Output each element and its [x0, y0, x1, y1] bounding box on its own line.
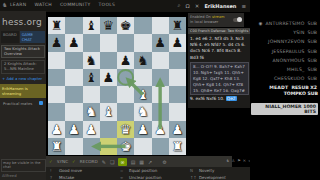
grid-icon[interactable]: ▦	[139, 159, 144, 165]
square-d6[interactable]	[100, 52, 117, 69]
nav-item-watch[interactable]: WATCH	[34, 2, 51, 7]
annotation-option-equal-position[interactable]: =Equal position	[116, 168, 186, 173]
sub-name: ANONYMOUS	[272, 58, 304, 63]
chapter-item[interactable]: 2 Knights Attack: 5...Nf6 Mainline	[1, 60, 45, 73]
square-e7[interactable]	[117, 34, 134, 51]
square-b6[interactable]	[65, 52, 82, 69]
sub-tag: SUB	[308, 58, 317, 63]
square-d1[interactable]	[100, 138, 117, 155]
annotation-glyph: ∞	[120, 175, 126, 180]
sidebar-footer-user: Allfreed	[2, 173, 17, 178]
stream-screenshot: ♞ LEARNWATCHCOMMUNITYTOOLS ⌕ Ω ✕ ErikHan…	[0, 0, 320, 180]
annotation-label: Equal position	[129, 168, 157, 173]
sub-list-item: JOHNNYZEVONSUB	[251, 37, 317, 46]
sidebar-footer-note: may be visible in the chat	[1, 159, 46, 172]
square-c6[interactable]	[83, 52, 100, 69]
sub-name: YSIN	[293, 30, 304, 35]
square-f4[interactable]	[134, 86, 151, 103]
square-a4[interactable]	[48, 86, 65, 103]
square-f3[interactable]	[134, 103, 151, 120]
square-e4[interactable]	[117, 86, 134, 103]
recent-events: TOMPKO SUB NIALL_HOMER 1000 BITS	[251, 89, 318, 117]
square-h3[interactable]	[169, 103, 186, 120]
sub-tag: SUB	[308, 67, 317, 72]
sub-list-item: MHILS_SUB	[251, 65, 317, 74]
square-g8[interactable]	[152, 17, 169, 34]
sub-tag: SUB	[308, 49, 317, 54]
board-control-icon-1[interactable]: ♙	[232, 158, 236, 163]
chapter-item-selected[interactable]: Two Knights Attack Overview	[1, 45, 45, 58]
sidebar-option-label: Practical mates	[3, 101, 32, 106]
square-a3[interactable]	[48, 103, 65, 120]
site-logo-icon: ♞	[2, 1, 7, 8]
square-h5[interactable]	[169, 69, 186, 86]
square-g3[interactable]	[152, 103, 169, 120]
square-e6[interactable]	[117, 52, 134, 69]
square-c8[interactable]	[83, 17, 100, 34]
mainline-moves-2[interactable]: 9. exf6 Nxf6 10.	[190, 96, 224, 101]
square-f6[interactable]	[134, 52, 151, 69]
annotation-option-development[interactable]: ↑↑Development	[186, 175, 256, 180]
square-d7[interactable]	[100, 34, 117, 51]
current-move[interactable]: Qe2	[226, 96, 237, 101]
square-b5[interactable]	[65, 69, 82, 86]
square-a6[interactable]	[48, 52, 65, 69]
sub-name: JOHNNYZEVON	[268, 39, 304, 44]
nav-item-learn[interactable]: LEARN	[10, 2, 26, 7]
site-logo-text[interactable]: hess.org	[0, 11, 46, 27]
square-g5[interactable]	[152, 69, 169, 86]
move-list-panel: C00 French Defense: Two Knights Variatio…	[188, 28, 251, 108]
record-check-icon: ✓	[72, 159, 76, 164]
square-a8[interactable]	[48, 17, 65, 34]
square-f7[interactable]	[134, 34, 151, 51]
square-d4[interactable]	[100, 86, 117, 103]
square-f8[interactable]	[134, 17, 151, 34]
overlay-toggle-box: Enabled On stream in local browser	[188, 13, 244, 27]
square-f5[interactable]	[134, 69, 151, 86]
square-a1[interactable]	[48, 138, 65, 155]
board-control-icon-2[interactable]: ⚑	[237, 158, 241, 163]
square-g4[interactable]	[152, 86, 169, 103]
square-c4[interactable]	[83, 86, 100, 103]
square-h2[interactable]	[169, 121, 186, 138]
sync-check-icon: ✓	[49, 159, 53, 164]
sub-name: JESSEPAULUS	[272, 49, 305, 54]
bits-event: NIALL_HOMER 1000 BITS	[251, 103, 318, 115]
square-h1[interactable]	[169, 138, 186, 155]
square-h6[interactable]	[169, 52, 186, 69]
tab-board[interactable]: BOARD	[1, 31, 19, 43]
board-control-icon-0[interactable]: ♞	[226, 158, 230, 163]
square-d3[interactable]	[100, 103, 117, 120]
sub-name: CHESSKUDO	[274, 76, 305, 81]
square-b3[interactable]	[65, 103, 82, 120]
search-icon[interactable]: ⌕	[178, 2, 181, 9]
study-sidebar: hess.org BOARD GAME CHAT Two Knights Att…	[0, 11, 46, 180]
nav-item-tools[interactable]: TOOLS	[99, 2, 116, 7]
username[interactable]: ErikHansen	[204, 3, 236, 9]
move-list[interactable]: 1. e4 e6 2. Nf3 d5 3. Nc3 Nf6 4. e5 Nfd7…	[188, 34, 251, 105]
square-a5[interactable]	[48, 69, 65, 86]
annotation-label: Good move	[59, 168, 82, 173]
square-a7[interactable]	[48, 34, 65, 51]
square-b1[interactable]	[65, 138, 82, 155]
square-f1[interactable]	[134, 138, 151, 155]
chess-board[interactable]: ♜♝♛♚♜♟♟♟♟♞♟♞♝♟♝♞♝♞♟♟♟♛♟♟♟♜♚♜	[48, 17, 186, 155]
square-c5[interactable]	[83, 69, 100, 86]
annotation-option-good-move[interactable]: !Good move	[46, 168, 116, 173]
sub-tag: SUB	[308, 76, 317, 81]
square-g1[interactable]	[152, 138, 169, 155]
square-c1[interactable]	[83, 138, 100, 155]
square-e1[interactable]	[117, 138, 134, 155]
square-c2[interactable]	[83, 121, 100, 138]
annotation-glyph: N	[190, 168, 196, 173]
sidebar-option-checkbox[interactable]	[39, 101, 43, 105]
sub-event: TOMPKO SUB	[251, 89, 318, 98]
sub-name: MHILS_	[287, 67, 305, 72]
sidebar-tabs: BOARD GAME CHAT	[1, 31, 45, 43]
square-c7[interactable]	[83, 34, 100, 51]
comment-icon[interactable]: ❏	[110, 159, 114, 165]
overlay-toggle-label: Enabled On stream in local browser	[190, 15, 225, 24]
toggle-knob	[237, 17, 242, 22]
annotation-option-mistake[interactable]: ?Mistake	[46, 175, 116, 180]
square-e3[interactable]	[117, 103, 134, 120]
square-a2[interactable]	[48, 121, 65, 138]
sub-list-item: ◉ANTURRETSIMOSUB	[251, 19, 317, 28]
subscriber-list: ◉ANTURRETSIMOSUBYSINSUBJOHNNYZEVONSUBJES…	[251, 19, 317, 93]
board-control-icon-3[interactable]: ✕	[243, 158, 246, 163]
square-b7[interactable]	[65, 34, 82, 51]
glasses-button[interactable]: ∞	[118, 158, 126, 166]
annotation-glyph: ↑↑	[190, 175, 196, 180]
square-b4[interactable]	[65, 86, 82, 103]
square-g2[interactable]	[152, 121, 169, 138]
annotation-label: Mistake	[59, 175, 74, 180]
square-e2[interactable]	[117, 121, 134, 138]
menu-icon[interactable]: ≡	[241, 3, 246, 9]
sub-list-item: CHESSKUDOSUB	[251, 74, 317, 83]
square-d8[interactable]	[100, 17, 117, 34]
annotation-menu: !Good move=Equal positionNNovelty?Mistak…	[46, 167, 256, 180]
stream-overlay: ◉ANTURRETSIMOSUBYSINSUBJOHNNYZEVONSUBJES…	[250, 0, 320, 180]
annotation-glyph: !	[50, 168, 56, 173]
study-toolbar: ✓ SYNC ✓ RECORD ✎ ❏ ∞ ▤ ▦ ↗ ⚙	[46, 156, 232, 167]
square-b2[interactable]	[65, 121, 82, 138]
sub-list-item: ANONYMOUSSUB	[251, 56, 317, 65]
square-e5[interactable]	[117, 69, 134, 86]
main-nav: LEARNWATCHCOMMUNITYTOOLS	[10, 2, 115, 7]
annotation-label: Novelty	[199, 168, 214, 173]
gear-icon[interactable]: ⚙	[162, 159, 166, 165]
square-f2[interactable]	[134, 121, 151, 138]
annotation-glyph: =	[120, 168, 126, 173]
overlay-toggle-switch[interactable]	[233, 18, 242, 23]
tab-game-chat[interactable]: GAME CHAT	[20, 31, 45, 43]
square-g7[interactable]	[152, 34, 169, 51]
topbar-icons: ⌕ Ω ✕ ErikHansen ≡	[178, 1, 246, 10]
square-h7[interactable]	[169, 34, 186, 51]
annotation-option-novelty[interactable]: NNovelty	[186, 168, 256, 173]
square-e8[interactable]	[117, 17, 134, 34]
sub-badge-icon: ◉	[259, 21, 263, 26]
square-d2[interactable]	[100, 121, 117, 138]
square-d5[interactable]	[100, 69, 117, 86]
share-icon[interactable]: ↗	[148, 159, 152, 165]
sub-name: ANTURRETSIMO	[265, 21, 304, 26]
nav-item-community[interactable]: COMMUNITY	[60, 2, 91, 7]
sub-list-item: YSINSUB	[251, 28, 317, 37]
streaming-banner[interactable]: ErikHansen is streaming	[0, 84, 46, 98]
annotation-label: Development	[199, 175, 226, 180]
sync-button[interactable]: SYNC	[57, 159, 68, 164]
square-b8[interactable]	[65, 17, 82, 34]
close-icon[interactable]: ✕	[195, 3, 200, 9]
annotation-option-unclear-position[interactable]: ∞Unclear position	[116, 175, 186, 180]
square-h4[interactable]	[169, 86, 186, 103]
sub-list-item: JESSEPAULUSSUB	[251, 47, 317, 56]
mainline-moves[interactable]: 1. e4 e6 2. Nf3 d5 3. Nc3 Nf6 4. e5 Nfd7…	[190, 36, 245, 60]
add-chapter-link[interactable]: + Add a new chapter	[0, 74, 46, 82]
bell-icon[interactable]: Ω	[186, 3, 190, 9]
square-c3[interactable]	[83, 103, 100, 120]
square-g6[interactable]	[152, 52, 169, 69]
chart-icon[interactable]: ▤	[131, 159, 136, 165]
record-button[interactable]: RECORD	[80, 159, 98, 164]
sidebar-option-row: Practical mates	[0, 98, 46, 106]
annotation-glyph: ?	[50, 175, 56, 180]
sub-tag: SUB	[308, 39, 317, 44]
annotation-label: Unclear position	[129, 175, 161, 180]
variation-moves[interactable]: 8... O-O?! 9. Bxh7+ Kxh7 10. Ng5+ fxg5 1…	[190, 62, 249, 96]
pencil-icon[interactable]: ✎	[102, 159, 106, 165]
square-h8[interactable]	[169, 17, 186, 34]
sub-tag: SUB	[308, 30, 317, 35]
sub-tag: SUB	[308, 21, 317, 26]
